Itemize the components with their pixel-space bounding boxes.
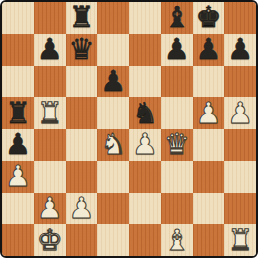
piece-black-knight-e5[interactable]: ♞: [129, 97, 161, 129]
piece-white-pawn-g5[interactable]: ♟: [193, 97, 225, 129]
piece-black-rook-a5[interactable]: ♜: [2, 97, 34, 129]
piece-black-pawn-d6[interactable]: ♟: [97, 66, 129, 98]
chess-board: ♜♝♚♟♛♟♟♟♟♜♜♞♟♟♟♞♟♛♟♟♟♚♝♜: [0, 0, 258, 258]
square-h7[interactable]: ♟: [224, 34, 256, 66]
square-a6[interactable]: [2, 66, 34, 98]
square-f6[interactable]: [161, 66, 193, 98]
square-h6[interactable]: [224, 66, 256, 98]
square-d7[interactable]: [97, 34, 129, 66]
square-c5[interactable]: [66, 97, 98, 129]
piece-white-rook-h1[interactable]: ♜: [224, 224, 256, 256]
square-d8[interactable]: [97, 2, 129, 34]
piece-white-king-b1[interactable]: ♚: [34, 224, 66, 256]
square-a5[interactable]: ♜: [2, 97, 34, 129]
square-g6[interactable]: [193, 66, 225, 98]
square-b1[interactable]: ♚: [34, 224, 66, 256]
square-f5[interactable]: [161, 97, 193, 129]
square-c3[interactable]: [66, 161, 98, 193]
square-g7[interactable]: ♟: [193, 34, 225, 66]
square-b2[interactable]: ♟: [34, 193, 66, 225]
square-d3[interactable]: [97, 161, 129, 193]
square-f1[interactable]: ♝: [161, 224, 193, 256]
square-e7[interactable]: [129, 34, 161, 66]
piece-white-pawn-b2[interactable]: ♟: [34, 193, 66, 225]
square-a7[interactable]: [2, 34, 34, 66]
piece-black-pawn-g7[interactable]: ♟: [193, 34, 225, 66]
square-a1[interactable]: [2, 224, 34, 256]
square-b3[interactable]: [34, 161, 66, 193]
piece-white-queen-f4[interactable]: ♛: [161, 129, 193, 161]
piece-black-queen-c7[interactable]: ♛: [66, 34, 98, 66]
square-g3[interactable]: [193, 161, 225, 193]
piece-black-pawn-h7[interactable]: ♟: [224, 34, 256, 66]
square-c1[interactable]: [66, 224, 98, 256]
square-a2[interactable]: [2, 193, 34, 225]
square-e1[interactable]: [129, 224, 161, 256]
piece-black-bishop-f8[interactable]: ♝: [161, 2, 193, 34]
square-d6[interactable]: ♟: [97, 66, 129, 98]
piece-white-pawn-c2[interactable]: ♟: [66, 193, 98, 225]
square-e6[interactable]: [129, 66, 161, 98]
square-a8[interactable]: [2, 2, 34, 34]
square-h3[interactable]: [224, 161, 256, 193]
square-g5[interactable]: ♟: [193, 97, 225, 129]
square-a4[interactable]: ♟: [2, 129, 34, 161]
piece-white-knight-d4[interactable]: ♞: [97, 129, 129, 161]
piece-black-king-g8[interactable]: ♚: [193, 2, 225, 34]
piece-white-bishop-f1[interactable]: ♝: [161, 224, 193, 256]
square-f2[interactable]: [161, 193, 193, 225]
square-b5[interactable]: ♜: [34, 97, 66, 129]
square-e8[interactable]: [129, 2, 161, 34]
piece-black-pawn-a4[interactable]: ♟: [2, 129, 34, 161]
square-h1[interactable]: ♜: [224, 224, 256, 256]
square-g8[interactable]: ♚: [193, 2, 225, 34]
piece-black-pawn-f7[interactable]: ♟: [161, 34, 193, 66]
square-e3[interactable]: [129, 161, 161, 193]
square-c7[interactable]: ♛: [66, 34, 98, 66]
piece-white-pawn-e4[interactable]: ♟: [129, 129, 161, 161]
square-d2[interactable]: [97, 193, 129, 225]
square-h5[interactable]: ♟: [224, 97, 256, 129]
piece-white-pawn-a3[interactable]: ♟: [2, 161, 34, 193]
piece-black-rook-c8[interactable]: ♜: [66, 2, 98, 34]
square-e4[interactable]: ♟: [129, 129, 161, 161]
square-f8[interactable]: ♝: [161, 2, 193, 34]
square-d4[interactable]: ♞: [97, 129, 129, 161]
square-d1[interactable]: [97, 224, 129, 256]
square-c8[interactable]: ♜: [66, 2, 98, 34]
square-c4[interactable]: [66, 129, 98, 161]
square-c6[interactable]: [66, 66, 98, 98]
square-a3[interactable]: ♟: [2, 161, 34, 193]
square-f3[interactable]: [161, 161, 193, 193]
square-c2[interactable]: ♟: [66, 193, 98, 225]
square-h4[interactable]: [224, 129, 256, 161]
square-b4[interactable]: [34, 129, 66, 161]
square-e2[interactable]: [129, 193, 161, 225]
square-b8[interactable]: [34, 2, 66, 34]
square-g2[interactable]: [193, 193, 225, 225]
square-f4[interactable]: ♛: [161, 129, 193, 161]
piece-white-rook-b5[interactable]: ♜: [34, 97, 66, 129]
square-g1[interactable]: [193, 224, 225, 256]
piece-black-pawn-b7[interactable]: ♟: [34, 34, 66, 66]
square-d5[interactable]: [97, 97, 129, 129]
square-e5[interactable]: ♞: [129, 97, 161, 129]
square-b6[interactable]: [34, 66, 66, 98]
chess-app: ♜♝♚♟♛♟♟♟♟♜♜♞♟♟♟♞♟♛♟♟♟♚♝♜: [0, 0, 258, 258]
square-h8[interactable]: [224, 2, 256, 34]
square-f7[interactable]: ♟: [161, 34, 193, 66]
piece-white-pawn-h5[interactable]: ♟: [224, 97, 256, 129]
square-h2[interactable]: [224, 193, 256, 225]
square-b7[interactable]: ♟: [34, 34, 66, 66]
square-g4[interactable]: [193, 129, 225, 161]
